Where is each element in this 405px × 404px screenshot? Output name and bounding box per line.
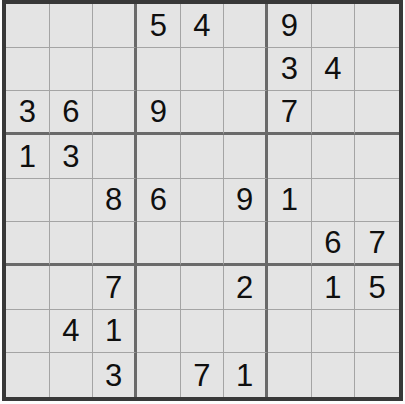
cell-r9c9[interactable] <box>355 353 399 397</box>
cell-r6c3[interactable] <box>93 222 137 266</box>
sudoku-board: 54934369713869167721541371 <box>2 0 403 401</box>
cell-r5c4[interactable]: 6 <box>137 179 181 223</box>
cell-r8c9[interactable] <box>355 310 399 354</box>
cell-r9c3[interactable]: 3 <box>93 353 137 397</box>
given-digit: 1 <box>236 360 253 391</box>
cell-r7c3[interactable]: 7 <box>93 266 137 310</box>
given-digit: 9 <box>236 184 253 215</box>
cell-r3c6[interactable] <box>224 91 268 135</box>
cell-r1c5[interactable]: 4 <box>181 4 225 48</box>
cell-r7c7[interactable] <box>268 266 312 310</box>
given-digit: 8 <box>105 184 122 215</box>
cell-r4c4[interactable] <box>137 135 181 179</box>
cell-r3c3[interactable] <box>93 91 137 135</box>
cell-r9c7[interactable] <box>268 353 312 397</box>
given-digit: 7 <box>193 360 210 391</box>
cell-r9c6[interactable]: 1 <box>224 353 268 397</box>
cell-r3c4[interactable]: 9 <box>137 91 181 135</box>
cell-r5c2[interactable] <box>50 179 94 223</box>
cell-r8c5[interactable] <box>181 310 225 354</box>
given-digit: 3 <box>105 360 122 391</box>
cell-r7c9[interactable]: 5 <box>355 266 399 310</box>
cell-r1c7[interactable]: 9 <box>268 4 312 48</box>
cell-r2c7[interactable]: 3 <box>268 48 312 92</box>
given-digit: 3 <box>281 53 298 84</box>
cell-r1c3[interactable] <box>93 4 137 48</box>
cell-r5c7[interactable]: 1 <box>268 179 312 223</box>
cell-r9c5[interactable]: 7 <box>181 353 225 397</box>
cell-r1c4[interactable]: 5 <box>137 4 181 48</box>
cell-r8c7[interactable] <box>268 310 312 354</box>
cell-r2c5[interactable] <box>181 48 225 92</box>
cell-r5c3[interactable]: 8 <box>93 179 137 223</box>
given-digit: 9 <box>150 96 167 127</box>
cell-r2c9[interactable] <box>355 48 399 92</box>
cell-r4c8[interactable] <box>312 135 356 179</box>
given-digit: 1 <box>324 272 341 303</box>
given-digit: 7 <box>369 227 386 258</box>
given-digit: 4 <box>324 53 341 84</box>
cell-r4c1[interactable]: 1 <box>6 135 50 179</box>
cell-r8c1[interactable] <box>6 310 50 354</box>
cell-r3c9[interactable] <box>355 91 399 135</box>
cell-r4c7[interactable] <box>268 135 312 179</box>
given-digit: 1 <box>281 184 298 215</box>
cell-r1c6[interactable] <box>224 4 268 48</box>
cell-r7c6[interactable]: 2 <box>224 266 268 310</box>
cell-r5c5[interactable] <box>181 179 225 223</box>
cell-r1c8[interactable] <box>312 4 356 48</box>
cell-r2c6[interactable] <box>224 48 268 92</box>
given-digit: 4 <box>62 315 79 346</box>
given-digit: 5 <box>150 10 167 41</box>
cell-r3c8[interactable] <box>312 91 356 135</box>
given-digit: 9 <box>281 10 298 41</box>
cell-r2c1[interactable] <box>6 48 50 92</box>
given-digit: 4 <box>193 10 210 41</box>
given-digit: 3 <box>19 96 36 127</box>
cell-r6c4[interactable] <box>137 222 181 266</box>
cell-r3c7[interactable]: 7 <box>268 91 312 135</box>
cell-r9c8[interactable] <box>312 353 356 397</box>
given-digit: 1 <box>19 141 36 172</box>
cell-r9c1[interactable] <box>6 353 50 397</box>
given-digit: 6 <box>324 227 341 258</box>
given-digit: 6 <box>150 184 167 215</box>
cell-r7c1[interactable] <box>6 266 50 310</box>
cell-r6c9[interactable]: 7 <box>355 222 399 266</box>
cell-r6c7[interactable] <box>268 222 312 266</box>
cell-r6c8[interactable]: 6 <box>312 222 356 266</box>
cell-r6c2[interactable] <box>50 222 94 266</box>
given-digit: 5 <box>369 272 386 303</box>
given-digit: 6 <box>62 96 79 127</box>
cell-r3c2[interactable]: 6 <box>50 91 94 135</box>
cell-r7c2[interactable] <box>50 266 94 310</box>
given-digit: 7 <box>105 272 122 303</box>
cell-r2c4[interactable] <box>137 48 181 92</box>
cell-r3c1[interactable]: 3 <box>6 91 50 135</box>
cell-r1c9[interactable] <box>355 4 399 48</box>
cell-r7c4[interactable] <box>137 266 181 310</box>
cell-r1c1[interactable] <box>6 4 50 48</box>
cell-r6c1[interactable] <box>6 222 50 266</box>
sudoku-board-frame: 54934369713869167721541371 <box>2 0 403 401</box>
cell-r9c4[interactable] <box>137 353 181 397</box>
cell-r8c2[interactable]: 4 <box>50 310 94 354</box>
cell-r5c1[interactable] <box>6 179 50 223</box>
cell-r1c2[interactable] <box>50 4 94 48</box>
cell-r5c9[interactable] <box>355 179 399 223</box>
cell-r8c3[interactable]: 1 <box>93 310 137 354</box>
cell-r8c4[interactable] <box>137 310 181 354</box>
given-digit: 2 <box>236 272 253 303</box>
cell-r4c2[interactable]: 3 <box>50 135 94 179</box>
cell-r6c6[interactable] <box>224 222 268 266</box>
cell-r6c5[interactable] <box>181 222 225 266</box>
cell-r7c5[interactable] <box>181 266 225 310</box>
given-digit: 7 <box>281 96 298 127</box>
cell-r2c8[interactable]: 4 <box>312 48 356 92</box>
cell-r3c5[interactable] <box>181 91 225 135</box>
cell-r4c3[interactable] <box>93 135 137 179</box>
cell-r4c9[interactable] <box>355 135 399 179</box>
given-digit: 1 <box>105 315 122 346</box>
cell-r4c6[interactable] <box>224 135 268 179</box>
cell-r4c5[interactable] <box>181 135 225 179</box>
cell-r5c6[interactable]: 9 <box>224 179 268 223</box>
given-digit: 3 <box>62 141 79 172</box>
cell-r2c3[interactable] <box>93 48 137 92</box>
cell-r2c2[interactable] <box>50 48 94 92</box>
cell-r9c2[interactable] <box>50 353 94 397</box>
cell-r8c6[interactable] <box>224 310 268 354</box>
cell-r5c8[interactable] <box>312 179 356 223</box>
cell-r8c8[interactable] <box>312 310 356 354</box>
cell-r7c8[interactable]: 1 <box>312 266 356 310</box>
